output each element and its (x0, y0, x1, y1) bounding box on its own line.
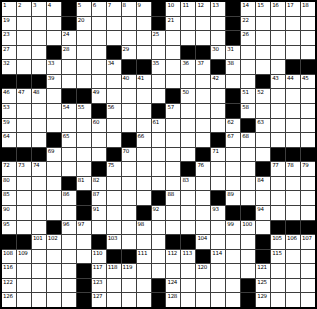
white-square[interactable] (47, 119, 61, 133)
white-square[interactable] (181, 119, 195, 133)
white-square[interactable] (196, 31, 210, 45)
white-square[interactable]: 8 (122, 2, 136, 16)
white-square[interactable]: 116 (2, 264, 16, 278)
white-square[interactable]: 28 (62, 46, 76, 60)
white-square[interactable] (122, 293, 136, 307)
white-square[interactable]: 74 (32, 162, 46, 176)
white-square[interactable] (107, 191, 121, 205)
white-square[interactable] (47, 206, 61, 220)
white-square[interactable] (47, 31, 61, 45)
white-square[interactable] (137, 89, 151, 103)
white-square[interactable] (32, 104, 46, 118)
white-square[interactable] (271, 31, 285, 45)
white-square[interactable] (301, 119, 315, 133)
white-square[interactable]: 17 (286, 2, 300, 16)
white-square[interactable] (32, 293, 46, 307)
white-square[interactable] (137, 177, 151, 191)
white-square[interactable] (17, 279, 31, 293)
white-square[interactable] (122, 17, 136, 31)
white-square[interactable]: 53 (2, 104, 16, 118)
white-square[interactable] (32, 133, 46, 147)
white-square[interactable] (17, 206, 31, 220)
white-square[interactable]: 89 (226, 191, 240, 205)
white-square[interactable] (107, 119, 121, 133)
white-square[interactable] (301, 279, 315, 293)
white-square[interactable] (47, 17, 61, 31)
white-square[interactable] (77, 162, 91, 176)
white-square[interactable]: 29 (122, 46, 136, 60)
white-square[interactable] (181, 221, 195, 235)
white-square[interactable]: 19 (2, 17, 16, 31)
white-square[interactable]: 119 (122, 264, 136, 278)
white-square[interactable]: 38 (226, 60, 240, 74)
white-square[interactable] (241, 162, 255, 176)
white-square[interactable]: 104 (196, 235, 210, 249)
white-square[interactable] (166, 133, 180, 147)
white-square[interactable]: 40 (122, 75, 136, 89)
white-square[interactable]: 10 (166, 2, 180, 16)
white-square[interactable] (286, 89, 300, 103)
white-square[interactable] (17, 191, 31, 205)
white-square[interactable] (256, 46, 270, 60)
white-square[interactable] (211, 162, 225, 176)
white-square[interactable] (226, 148, 240, 162)
white-square[interactable]: 54 (62, 104, 76, 118)
white-square[interactable]: 108 (2, 250, 16, 264)
white-square[interactable] (122, 162, 136, 176)
white-square[interactable] (166, 119, 180, 133)
white-square[interactable] (271, 89, 285, 103)
white-square[interactable]: 49 (92, 89, 106, 103)
white-square[interactable] (256, 31, 270, 45)
white-square[interactable] (181, 279, 195, 293)
white-square[interactable]: 72 (2, 162, 16, 176)
white-square[interactable] (211, 89, 225, 103)
white-square[interactable]: 22 (241, 17, 255, 31)
white-square[interactable] (152, 162, 166, 176)
white-square[interactable] (62, 279, 76, 293)
white-square[interactable]: 52 (256, 89, 270, 103)
white-square[interactable]: 26 (241, 31, 255, 45)
white-square[interactable] (166, 206, 180, 220)
white-square[interactable] (181, 206, 195, 220)
white-square[interactable]: 2 (17, 2, 31, 16)
white-square[interactable] (152, 133, 166, 147)
white-square[interactable] (152, 75, 166, 89)
white-square[interactable] (152, 235, 166, 249)
white-square[interactable] (62, 75, 76, 89)
white-square[interactable] (181, 148, 195, 162)
white-square[interactable] (122, 104, 136, 118)
white-square[interactable] (17, 177, 31, 191)
white-square[interactable] (166, 75, 180, 89)
white-square[interactable] (301, 264, 315, 278)
white-square[interactable] (137, 235, 151, 249)
white-square[interactable]: 46 (2, 89, 16, 103)
white-square[interactable]: 99 (226, 221, 240, 235)
white-square[interactable] (271, 279, 285, 293)
white-square[interactable] (196, 119, 210, 133)
white-square[interactable]: 122 (2, 279, 16, 293)
white-square[interactable] (77, 75, 91, 89)
white-square[interactable]: 18 (301, 2, 315, 16)
white-square[interactable]: 57 (166, 104, 180, 118)
white-square[interactable] (181, 75, 195, 89)
white-square[interactable] (211, 17, 225, 31)
white-square[interactable] (47, 104, 61, 118)
white-square[interactable] (17, 221, 31, 235)
white-square[interactable]: 60 (92, 119, 106, 133)
white-square[interactable] (152, 264, 166, 278)
white-square[interactable] (241, 75, 255, 89)
white-square[interactable]: 61 (152, 119, 166, 133)
white-square[interactable]: 127 (92, 293, 106, 307)
white-square[interactable] (137, 148, 151, 162)
white-square[interactable]: 68 (241, 133, 255, 147)
white-square[interactable] (301, 250, 315, 264)
white-square[interactable]: 121 (256, 264, 270, 278)
white-square[interactable] (152, 250, 166, 264)
white-square[interactable] (17, 133, 31, 147)
white-square[interactable]: 101 (32, 235, 46, 249)
white-square[interactable]: 31 (226, 46, 240, 60)
white-square[interactable] (286, 104, 300, 118)
white-square[interactable] (181, 31, 195, 45)
white-square[interactable]: 129 (256, 293, 270, 307)
white-square[interactable] (301, 17, 315, 31)
white-square[interactable]: 14 (241, 2, 255, 16)
white-square[interactable]: 117 (92, 264, 106, 278)
white-square[interactable] (62, 206, 76, 220)
white-square[interactable]: 37 (196, 60, 210, 74)
white-square[interactable] (122, 279, 136, 293)
white-square[interactable]: 64 (2, 133, 16, 147)
white-square[interactable]: 103 (107, 235, 121, 249)
white-square[interactable] (62, 148, 76, 162)
white-square[interactable] (47, 191, 61, 205)
white-square[interactable]: 42 (211, 75, 225, 89)
white-square[interactable]: 51 (241, 89, 255, 103)
white-square[interactable] (166, 177, 180, 191)
white-square[interactable]: 11 (181, 2, 195, 16)
white-square[interactable] (47, 162, 61, 176)
white-square[interactable] (286, 17, 300, 31)
white-square[interactable] (47, 89, 61, 103)
white-square[interactable] (211, 279, 225, 293)
white-square[interactable] (122, 191, 136, 205)
white-square[interactable] (301, 293, 315, 307)
white-square[interactable] (241, 191, 255, 205)
white-square[interactable] (77, 235, 91, 249)
white-square[interactable] (62, 119, 76, 133)
white-square[interactable] (92, 75, 106, 89)
white-square[interactable]: 39 (47, 75, 61, 89)
white-square[interactable] (196, 279, 210, 293)
white-square[interactable]: 85 (2, 191, 16, 205)
white-square[interactable]: 13 (211, 2, 225, 16)
white-square[interactable]: 65 (62, 133, 76, 147)
white-square[interactable]: 97 (77, 221, 91, 235)
white-square[interactable] (137, 279, 151, 293)
white-square[interactable]: 41 (137, 75, 151, 89)
white-square[interactable]: 93 (211, 206, 225, 220)
white-square[interactable] (107, 133, 121, 147)
white-square[interactable] (301, 46, 315, 60)
white-square[interactable]: 94 (256, 206, 270, 220)
white-square[interactable]: 9 (137, 2, 151, 16)
white-square[interactable]: 82 (92, 177, 106, 191)
white-square[interactable]: 36 (181, 60, 195, 74)
white-square[interactable] (152, 89, 166, 103)
white-square[interactable] (77, 31, 91, 45)
white-square[interactable]: 91 (92, 206, 106, 220)
white-square[interactable]: 63 (256, 119, 270, 133)
white-square[interactable] (166, 162, 180, 176)
white-square[interactable]: 47 (17, 89, 31, 103)
white-square[interactable] (226, 279, 240, 293)
white-square[interactable]: 88 (166, 191, 180, 205)
white-square[interactable] (137, 162, 151, 176)
white-square[interactable] (256, 17, 270, 31)
white-square[interactable]: 66 (137, 133, 151, 147)
white-square[interactable]: 125 (256, 279, 270, 293)
white-square[interactable]: 44 (286, 75, 300, 89)
white-square[interactable] (17, 104, 31, 118)
white-square[interactable]: 75 (107, 162, 121, 176)
white-square[interactable] (166, 46, 180, 60)
white-square[interactable] (32, 279, 46, 293)
white-square[interactable] (271, 191, 285, 205)
white-square[interactable]: 30 (211, 46, 225, 60)
white-square[interactable]: 23 (2, 31, 16, 45)
white-square[interactable]: 112 (166, 250, 180, 264)
white-square[interactable]: 111 (137, 250, 151, 264)
white-square[interactable]: 79 (301, 162, 315, 176)
white-square[interactable]: 21 (166, 17, 180, 31)
white-square[interactable] (32, 177, 46, 191)
white-square[interactable] (211, 293, 225, 307)
white-square[interactable] (271, 133, 285, 147)
white-square[interactable] (226, 75, 240, 89)
white-square[interactable] (62, 250, 76, 264)
white-square[interactable] (77, 250, 91, 264)
white-square[interactable] (226, 250, 240, 264)
white-square[interactable]: 100 (241, 221, 255, 235)
white-square[interactable] (286, 133, 300, 147)
white-square[interactable] (32, 264, 46, 278)
white-square[interactable] (226, 177, 240, 191)
white-square[interactable]: 35 (152, 60, 166, 74)
white-square[interactable] (32, 119, 46, 133)
white-square[interactable] (137, 293, 151, 307)
white-square[interactable] (77, 133, 91, 147)
white-square[interactable] (241, 250, 255, 264)
white-square[interactable] (152, 46, 166, 60)
white-square[interactable] (92, 46, 106, 60)
white-square[interactable] (62, 162, 76, 176)
white-square[interactable] (137, 17, 151, 31)
white-square[interactable]: 25 (152, 31, 166, 45)
white-square[interactable] (286, 31, 300, 45)
white-square[interactable] (32, 60, 46, 74)
white-square[interactable]: 55 (77, 104, 91, 118)
white-square[interactable] (196, 104, 210, 118)
white-square[interactable] (256, 104, 270, 118)
white-square[interactable] (92, 148, 106, 162)
white-square[interactable]: 73 (17, 162, 31, 176)
white-square[interactable]: 59 (2, 119, 16, 133)
white-square[interactable]: 118 (107, 264, 121, 278)
white-square[interactable] (271, 293, 285, 307)
white-square[interactable] (196, 89, 210, 103)
white-square[interactable] (47, 250, 61, 264)
white-square[interactable] (62, 235, 76, 249)
white-square[interactable] (92, 17, 106, 31)
white-square[interactable] (271, 17, 285, 31)
white-square[interactable]: 50 (181, 89, 195, 103)
white-square[interactable]: 4 (47, 2, 61, 16)
white-square[interactable] (107, 293, 121, 307)
white-square[interactable] (107, 31, 121, 45)
white-square[interactable]: 110 (92, 250, 106, 264)
white-square[interactable]: 16 (271, 2, 285, 16)
white-square[interactable] (122, 31, 136, 45)
white-square[interactable]: 62 (226, 119, 240, 133)
white-square[interactable] (137, 119, 151, 133)
white-square[interactable]: 3 (32, 2, 46, 16)
white-square[interactable] (92, 133, 106, 147)
white-square[interactable]: 69 (47, 148, 61, 162)
white-square[interactable] (107, 17, 121, 31)
white-square[interactable] (47, 279, 61, 293)
white-square[interactable]: 77 (271, 162, 285, 176)
white-square[interactable] (137, 191, 151, 205)
white-square[interactable] (122, 119, 136, 133)
white-square[interactable]: 1 (2, 2, 16, 16)
white-square[interactable]: 48 (32, 89, 46, 103)
white-square[interactable] (211, 177, 225, 191)
white-square[interactable]: 76 (196, 162, 210, 176)
white-square[interactable]: 33 (47, 60, 61, 74)
white-square[interactable]: 105 (271, 235, 285, 249)
white-square[interactable] (137, 264, 151, 278)
white-square[interactable] (152, 148, 166, 162)
white-square[interactable] (62, 60, 76, 74)
white-square[interactable] (152, 177, 166, 191)
white-square[interactable] (137, 31, 151, 45)
white-square[interactable]: 86 (62, 191, 76, 205)
white-square[interactable] (32, 17, 46, 31)
white-square[interactable]: 67 (226, 133, 240, 147)
white-square[interactable] (301, 191, 315, 205)
white-square[interactable] (17, 293, 31, 307)
white-square[interactable] (211, 119, 225, 133)
white-square[interactable]: 81 (77, 177, 91, 191)
white-square[interactable] (181, 133, 195, 147)
white-square[interactable] (137, 104, 151, 118)
white-square[interactable] (32, 221, 46, 235)
white-square[interactable] (107, 75, 121, 89)
white-square[interactable] (107, 221, 121, 235)
white-square[interactable] (271, 104, 285, 118)
white-square[interactable] (32, 250, 46, 264)
white-square[interactable] (301, 206, 315, 220)
white-square[interactable] (286, 206, 300, 220)
white-square[interactable] (271, 264, 285, 278)
white-square[interactable] (241, 148, 255, 162)
white-square[interactable] (211, 31, 225, 45)
white-square[interactable] (301, 31, 315, 45)
white-square[interactable] (166, 221, 180, 235)
white-square[interactable] (241, 46, 255, 60)
white-square[interactable]: 113 (181, 250, 195, 264)
white-square[interactable] (301, 89, 315, 103)
white-square[interactable] (166, 264, 180, 278)
white-square[interactable] (77, 60, 91, 74)
white-square[interactable] (256, 148, 270, 162)
white-square[interactable]: 71 (211, 148, 225, 162)
white-square[interactable]: 24 (62, 31, 76, 45)
white-square[interactable]: 78 (286, 162, 300, 176)
white-square[interactable] (122, 177, 136, 191)
white-square[interactable] (286, 293, 300, 307)
white-square[interactable]: 45 (301, 75, 315, 89)
white-square[interactable] (286, 250, 300, 264)
white-square[interactable] (17, 31, 31, 45)
white-square[interactable]: 70 (122, 148, 136, 162)
white-square[interactable] (256, 133, 270, 147)
white-square[interactable]: 27 (2, 46, 16, 60)
white-square[interactable]: 56 (107, 104, 121, 118)
white-square[interactable] (47, 293, 61, 307)
white-square[interactable] (196, 75, 210, 89)
white-square[interactable] (196, 293, 210, 307)
white-square[interactable]: 102 (47, 235, 61, 249)
white-square[interactable]: 120 (196, 264, 210, 278)
white-square[interactable] (226, 162, 240, 176)
white-square[interactable] (226, 235, 240, 249)
white-square[interactable] (271, 206, 285, 220)
white-square[interactable] (286, 177, 300, 191)
white-square[interactable] (241, 235, 255, 249)
white-square[interactable]: 90 (2, 206, 16, 220)
white-square[interactable] (107, 279, 121, 293)
white-square[interactable] (196, 191, 210, 205)
white-square[interactable] (271, 119, 285, 133)
white-square[interactable]: 109 (17, 250, 31, 264)
white-square[interactable] (77, 46, 91, 60)
white-square[interactable] (32, 31, 46, 45)
white-square[interactable] (286, 119, 300, 133)
white-square[interactable]: 43 (271, 75, 285, 89)
white-square[interactable] (286, 279, 300, 293)
white-square[interactable] (181, 191, 195, 205)
white-square[interactable] (301, 133, 315, 147)
white-square[interactable]: 124 (166, 279, 180, 293)
white-square[interactable] (166, 60, 180, 74)
white-square[interactable]: 58 (241, 104, 255, 118)
white-square[interactable] (62, 293, 76, 307)
white-square[interactable]: 98 (137, 221, 151, 235)
white-square[interactable] (301, 177, 315, 191)
white-square[interactable] (17, 46, 31, 60)
white-square[interactable] (196, 206, 210, 220)
white-square[interactable] (211, 104, 225, 118)
white-square[interactable] (226, 293, 240, 307)
white-square[interactable]: 87 (92, 191, 106, 205)
white-square[interactable] (226, 264, 240, 278)
white-square[interactable] (271, 60, 285, 74)
